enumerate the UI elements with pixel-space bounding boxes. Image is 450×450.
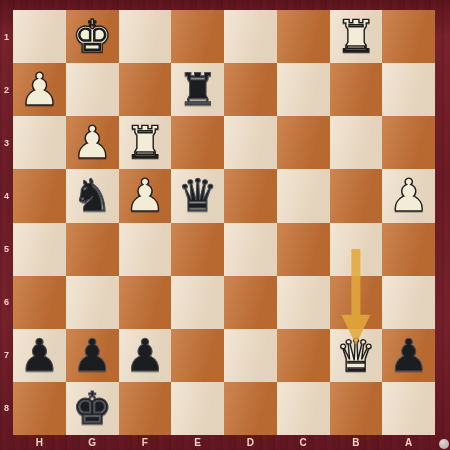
square-g8[interactable]: ♚ xyxy=(66,382,119,435)
square-f7[interactable]: ♟ xyxy=(119,329,172,382)
square-e2[interactable]: ♜ xyxy=(171,63,224,116)
rank-label-4: 4 xyxy=(0,190,13,202)
square-b8[interactable] xyxy=(330,382,383,435)
piece-black-pawn[interactable]: ♟ xyxy=(72,333,112,378)
square-e8[interactable] xyxy=(171,382,224,435)
rank-label-6: 6 xyxy=(0,296,13,308)
square-c8[interactable] xyxy=(277,382,330,435)
square-b2[interactable] xyxy=(330,63,383,116)
piece-black-rook[interactable]: ♜ xyxy=(177,67,217,112)
square-h5[interactable] xyxy=(13,223,66,276)
square-h6[interactable] xyxy=(13,276,66,329)
square-b4[interactable] xyxy=(330,169,383,222)
square-b6[interactable] xyxy=(330,276,383,329)
square-f3[interactable]: ♜ xyxy=(119,116,172,169)
square-f8[interactable] xyxy=(119,382,172,435)
square-a8[interactable] xyxy=(382,382,435,435)
square-h4[interactable] xyxy=(13,169,66,222)
square-a2[interactable] xyxy=(382,63,435,116)
file-label-c: C xyxy=(277,435,330,450)
square-h8[interactable] xyxy=(13,382,66,435)
square-d1[interactable] xyxy=(224,10,277,63)
square-e5[interactable] xyxy=(171,223,224,276)
square-b5[interactable] xyxy=(330,223,383,276)
square-c2[interactable] xyxy=(277,63,330,116)
rank-label-5: 5 xyxy=(0,243,13,255)
square-a3[interactable] xyxy=(382,116,435,169)
file-label-d: D xyxy=(224,435,277,450)
square-g7[interactable]: ♟ xyxy=(66,329,119,382)
square-a5[interactable] xyxy=(382,223,435,276)
square-c4[interactable] xyxy=(277,169,330,222)
square-e7[interactable] xyxy=(171,329,224,382)
rank-label-8: 8 xyxy=(0,402,13,414)
square-e4[interactable]: ♛ xyxy=(171,169,224,222)
chessboard-frame: ♚♜♟♜♟♜♞♟♛♟♟♟♟♛♟♚ 12345678HGFEDCBA xyxy=(0,0,450,450)
square-g4[interactable]: ♞ xyxy=(66,169,119,222)
square-f5[interactable] xyxy=(119,223,172,276)
piece-black-pawn[interactable]: ♟ xyxy=(388,333,428,378)
file-label-e: E xyxy=(171,435,224,450)
square-d2[interactable] xyxy=(224,63,277,116)
square-d4[interactable] xyxy=(224,169,277,222)
rank-label-3: 3 xyxy=(0,137,13,149)
file-label-h: H xyxy=(13,435,66,450)
square-h7[interactable]: ♟ xyxy=(13,329,66,382)
piece-white-pawn[interactable]: ♟ xyxy=(72,120,112,165)
chess-board: ♚♜♟♜♟♜♞♟♛♟♟♟♟♛♟♚ xyxy=(13,10,435,435)
square-a4[interactable]: ♟ xyxy=(382,169,435,222)
square-c1[interactable] xyxy=(277,10,330,63)
square-e1[interactable] xyxy=(171,10,224,63)
square-g5[interactable] xyxy=(66,223,119,276)
square-a7[interactable]: ♟ xyxy=(382,329,435,382)
square-d8[interactable] xyxy=(224,382,277,435)
rank-label-1: 1 xyxy=(0,31,13,43)
corner-ball-decoration xyxy=(439,439,449,449)
square-f2[interactable] xyxy=(119,63,172,116)
piece-white-king[interactable]: ♚ xyxy=(72,14,112,59)
piece-white-pawn[interactable]: ♟ xyxy=(388,173,428,218)
piece-black-knight[interactable]: ♞ xyxy=(72,173,112,218)
square-f6[interactable] xyxy=(119,276,172,329)
square-d5[interactable] xyxy=(224,223,277,276)
square-f1[interactable] xyxy=(119,10,172,63)
rank-label-2: 2 xyxy=(0,84,13,96)
square-d3[interactable] xyxy=(224,116,277,169)
square-g2[interactable] xyxy=(66,63,119,116)
file-label-b: B xyxy=(330,435,383,450)
file-label-a: A xyxy=(382,435,435,450)
square-b1[interactable]: ♜ xyxy=(330,10,383,63)
square-h2[interactable]: ♟ xyxy=(13,63,66,116)
square-e6[interactable] xyxy=(171,276,224,329)
piece-black-king[interactable]: ♚ xyxy=(72,386,112,431)
square-b7[interactable]: ♛ xyxy=(330,329,383,382)
piece-white-rook[interactable]: ♜ xyxy=(336,14,376,59)
square-a1[interactable] xyxy=(382,10,435,63)
piece-black-pawn[interactable]: ♟ xyxy=(19,333,59,378)
square-d6[interactable] xyxy=(224,276,277,329)
file-label-g: G xyxy=(66,435,119,450)
square-h3[interactable] xyxy=(13,116,66,169)
square-g6[interactable] xyxy=(66,276,119,329)
piece-white-rook[interactable]: ♜ xyxy=(125,120,165,165)
file-label-f: F xyxy=(119,435,172,450)
square-a6[interactable] xyxy=(382,276,435,329)
piece-white-pawn[interactable]: ♟ xyxy=(19,67,59,112)
square-c7[interactable] xyxy=(277,329,330,382)
piece-white-pawn[interactable]: ♟ xyxy=(125,173,165,218)
square-g3[interactable]: ♟ xyxy=(66,116,119,169)
square-b3[interactable] xyxy=(330,116,383,169)
square-g1[interactable]: ♚ xyxy=(66,10,119,63)
piece-black-pawn[interactable]: ♟ xyxy=(125,333,165,378)
square-f4[interactable]: ♟ xyxy=(119,169,172,222)
square-h1[interactable] xyxy=(13,10,66,63)
square-c3[interactable] xyxy=(277,116,330,169)
rank-label-7: 7 xyxy=(0,349,13,361)
piece-white-queen[interactable]: ♛ xyxy=(336,333,376,378)
square-e3[interactable] xyxy=(171,116,224,169)
square-c5[interactable] xyxy=(277,223,330,276)
piece-black-queen[interactable]: ♛ xyxy=(177,173,217,218)
square-c6[interactable] xyxy=(277,276,330,329)
square-d7[interactable] xyxy=(224,329,277,382)
